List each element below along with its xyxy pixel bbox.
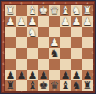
square-f3[interactable]: ♞	[27, 27, 38, 38]
square-g6[interactable]	[16, 59, 27, 70]
rank-label: 3	[3, 31, 5, 34]
square-f5[interactable]	[27, 48, 38, 59]
square-c2[interactable]: ♟	[60, 16, 71, 27]
square-f2[interactable]: ♟	[27, 16, 38, 27]
file-label: g	[16, 2, 27, 5]
square-e6[interactable]	[38, 59, 49, 70]
file-label: e	[38, 2, 49, 5]
rank-label: 6	[3, 63, 5, 66]
square-e2[interactable]	[38, 16, 49, 27]
board-frame: ♜♝♚♛♝♞♜♟♟♟♟♟♟♞♟♞♟♟♟♟♟♟♟♜♝♚♛♝♞♜ 112233445…	[1, 1, 95, 93]
square-e5[interactable]	[38, 48, 49, 59]
square-g4[interactable]	[16, 37, 27, 48]
square-h2[interactable]: ♟	[5, 16, 16, 27]
file-label: d	[49, 89, 60, 92]
square-h4[interactable]	[5, 37, 16, 48]
square-c3[interactable]	[60, 27, 71, 38]
file-label: e	[38, 89, 49, 92]
piece-white-queen[interactable]: ♛	[49, 5, 60, 16]
file-label: d	[49, 2, 60, 5]
rank-label: 8	[92, 84, 94, 87]
rank-label: 8	[3, 84, 5, 87]
piece-black-pawn[interactable]: ♟	[16, 70, 27, 81]
square-g7[interactable]: ♟	[16, 70, 27, 81]
square-e1[interactable]: ♚	[38, 5, 49, 16]
square-c4[interactable]	[60, 37, 71, 48]
file-label: a	[82, 2, 93, 5]
piece-white-pawn[interactable]: ♟	[71, 16, 82, 27]
file-label: a	[82, 89, 93, 92]
square-h3[interactable]	[5, 27, 16, 38]
file-label: h	[5, 89, 16, 92]
file-label: c	[60, 2, 71, 5]
square-g2[interactable]: ♟	[16, 16, 27, 27]
square-e4[interactable]	[38, 37, 49, 48]
square-h5[interactable]	[5, 48, 16, 59]
square-h6[interactable]	[5, 59, 16, 70]
square-b2[interactable]: ♟	[71, 16, 82, 27]
file-label: b	[71, 89, 82, 92]
rank-label: 7	[92, 74, 94, 77]
square-e3[interactable]	[38, 27, 49, 38]
piece-white-pawn[interactable]: ♟	[60, 16, 71, 27]
file-label: f	[27, 89, 38, 92]
rank-label: 4	[92, 41, 94, 44]
square-b4[interactable]	[71, 37, 82, 48]
piece-white-king[interactable]: ♚	[38, 5, 49, 16]
file-label: b	[71, 2, 82, 5]
rank-label: 2	[92, 20, 94, 23]
rank-label: 1	[3, 9, 5, 12]
square-g5[interactable]	[16, 48, 27, 59]
rank-label: 2	[3, 20, 5, 23]
chess-board: ♜♝♚♛♝♞♜♟♟♟♟♟♟♞♟♞♟♟♟♟♟♟♟♜♝♚♛♝♞♜	[5, 5, 93, 91]
piece-black-knight[interactable]: ♞	[49, 48, 60, 59]
square-d6[interactable]	[49, 59, 60, 70]
square-d1[interactable]: ♛	[49, 5, 60, 16]
rank-label: 5	[92, 52, 94, 55]
chess-app-screenshot: ♜♝♚♛♝♞♜♟♟♟♟♟♟♞♟♞♟♟♟♟♟♟♟♜♝♚♛♝♞♜ 112233445…	[0, 0, 96, 94]
square-f4[interactable]	[27, 37, 38, 48]
square-b6[interactable]	[71, 59, 82, 70]
file-label: h	[5, 2, 16, 5]
square-d5[interactable]: ♞	[49, 48, 60, 59]
piece-white-pawn[interactable]: ♟	[16, 16, 27, 27]
square-b3[interactable]	[71, 27, 82, 38]
square-b5[interactable]	[71, 48, 82, 59]
piece-white-pawn[interactable]: ♟	[5, 16, 16, 27]
file-label: c	[60, 89, 71, 92]
rank-label: 3	[92, 31, 94, 34]
square-d2[interactable]	[49, 16, 60, 27]
square-c5[interactable]	[60, 48, 71, 59]
rank-label: 1	[92, 9, 94, 12]
square-g3[interactable]	[16, 27, 27, 38]
file-label: f	[27, 2, 38, 5]
piece-white-pawn[interactable]: ♟	[27, 16, 38, 27]
rank-label: 4	[3, 41, 5, 44]
file-label: g	[16, 89, 27, 92]
rank-label: 7	[3, 74, 5, 77]
square-c6[interactable]	[60, 59, 71, 70]
rank-label: 5	[3, 52, 5, 55]
rank-label: 6	[92, 63, 94, 66]
piece-white-knight[interactable]: ♞	[27, 27, 38, 38]
square-f6[interactable]	[27, 59, 38, 70]
